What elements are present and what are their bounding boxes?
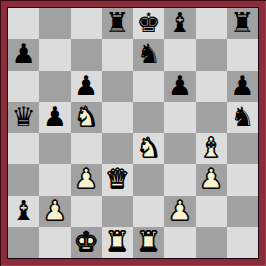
square-f6[interactable]: ♟ <box>164 71 195 102</box>
square-f7[interactable] <box>164 39 195 70</box>
square-h4[interactable] <box>227 133 258 164</box>
square-h1[interactable] <box>227 227 258 258</box>
square-b6[interactable] <box>39 71 70 102</box>
square-e6[interactable] <box>133 71 164 102</box>
square-g8[interactable] <box>196 8 227 39</box>
square-b2[interactable]: ♟ <box>39 196 70 227</box>
piece-white-bishop: ♝ <box>199 134 223 161</box>
square-g5[interactable] <box>196 102 227 133</box>
chess-board: ♜♚♝♜♟♞♟♟♟♛♟♞♞♞♝♟♛♟♝♟♟♚♜♜ <box>8 8 258 258</box>
square-c4[interactable] <box>71 133 102 164</box>
piece-white-knight: ♞ <box>74 103 98 130</box>
square-a5[interactable]: ♛ <box>8 102 39 133</box>
piece-black-pawn: ♟ <box>43 103 67 130</box>
square-a2[interactable]: ♝ <box>8 196 39 227</box>
square-f8[interactable]: ♝ <box>164 8 195 39</box>
square-f2[interactable]: ♟ <box>164 196 195 227</box>
square-a3[interactable] <box>8 164 39 195</box>
square-d3[interactable]: ♛ <box>102 164 133 195</box>
square-f3[interactable] <box>164 164 195 195</box>
piece-black-rook: ♜ <box>230 9 254 36</box>
piece-white-queen: ♛ <box>105 165 129 192</box>
square-b1[interactable] <box>39 227 70 258</box>
square-c8[interactable] <box>71 8 102 39</box>
piece-white-pawn: ♟ <box>74 165 98 192</box>
square-b3[interactable] <box>39 164 70 195</box>
square-d6[interactable] <box>102 71 133 102</box>
square-g3[interactable]: ♟ <box>196 164 227 195</box>
square-c3[interactable]: ♟ <box>71 164 102 195</box>
piece-black-bishop: ♝ <box>168 9 192 36</box>
square-h7[interactable] <box>227 39 258 70</box>
square-e7[interactable]: ♞ <box>133 39 164 70</box>
piece-black-knight: ♞ <box>137 40 161 67</box>
square-e4[interactable]: ♞ <box>133 133 164 164</box>
square-f1[interactable] <box>164 227 195 258</box>
square-a4[interactable] <box>8 133 39 164</box>
piece-black-pawn: ♟ <box>12 40 36 67</box>
square-f5[interactable] <box>164 102 195 133</box>
square-g1[interactable] <box>196 227 227 258</box>
square-g6[interactable] <box>196 71 227 102</box>
square-a1[interactable] <box>8 227 39 258</box>
square-b5[interactable]: ♟ <box>39 102 70 133</box>
board-frame: ♜♚♝♜♟♞♟♟♟♛♟♞♞♞♝♟♛♟♝♟♟♚♜♜ <box>0 0 266 266</box>
square-e1[interactable]: ♜ <box>133 227 164 258</box>
square-a8[interactable] <box>8 8 39 39</box>
square-h6[interactable]: ♟ <box>227 71 258 102</box>
square-c6[interactable]: ♟ <box>71 71 102 102</box>
square-g7[interactable] <box>196 39 227 70</box>
square-c1[interactable]: ♚ <box>71 227 102 258</box>
square-h5[interactable]: ♞ <box>227 102 258 133</box>
square-e5[interactable] <box>133 102 164 133</box>
square-b8[interactable] <box>39 8 70 39</box>
piece-black-king: ♚ <box>137 9 161 36</box>
piece-black-rook: ♜ <box>105 9 129 36</box>
square-d2[interactable] <box>102 196 133 227</box>
square-g2[interactable] <box>196 196 227 227</box>
square-e2[interactable] <box>133 196 164 227</box>
square-a7[interactable]: ♟ <box>8 39 39 70</box>
square-a6[interactable] <box>8 71 39 102</box>
piece-white-rook: ♜ <box>105 228 129 255</box>
square-d1[interactable]: ♜ <box>102 227 133 258</box>
square-d8[interactable]: ♜ <box>102 8 133 39</box>
piece-black-pawn: ♟ <box>230 72 254 99</box>
square-c7[interactable] <box>71 39 102 70</box>
square-b7[interactable] <box>39 39 70 70</box>
square-g4[interactable]: ♝ <box>196 133 227 164</box>
square-d5[interactable] <box>102 102 133 133</box>
square-e3[interactable] <box>133 164 164 195</box>
piece-black-knight: ♞ <box>230 103 254 130</box>
square-c5[interactable]: ♞ <box>71 102 102 133</box>
piece-black-bishop: ♝ <box>12 197 36 224</box>
piece-white-pawn: ♟ <box>43 197 67 224</box>
square-h3[interactable] <box>227 164 258 195</box>
square-h2[interactable] <box>227 196 258 227</box>
square-h8[interactable]: ♜ <box>227 8 258 39</box>
piece-white-rook: ♜ <box>137 228 161 255</box>
piece-black-pawn: ♟ <box>168 72 192 99</box>
piece-black-pawn: ♟ <box>74 72 98 99</box>
chess-diagram: ♜♚♝♜♟♞♟♟♟♛♟♞♞♞♝♟♛♟♝♟♟♚♜♜ <box>0 0 266 266</box>
piece-white-pawn: ♟ <box>199 165 223 192</box>
square-d7[interactable] <box>102 39 133 70</box>
square-d4[interactable] <box>102 133 133 164</box>
square-f4[interactable] <box>164 133 195 164</box>
square-e8[interactable]: ♚ <box>133 8 164 39</box>
piece-white-king: ♚ <box>74 228 98 255</box>
piece-white-pawn: ♟ <box>168 197 192 224</box>
square-c2[interactable] <box>71 196 102 227</box>
piece-black-queen: ♛ <box>12 103 36 130</box>
piece-white-knight: ♞ <box>137 134 161 161</box>
square-b4[interactable] <box>39 133 70 164</box>
